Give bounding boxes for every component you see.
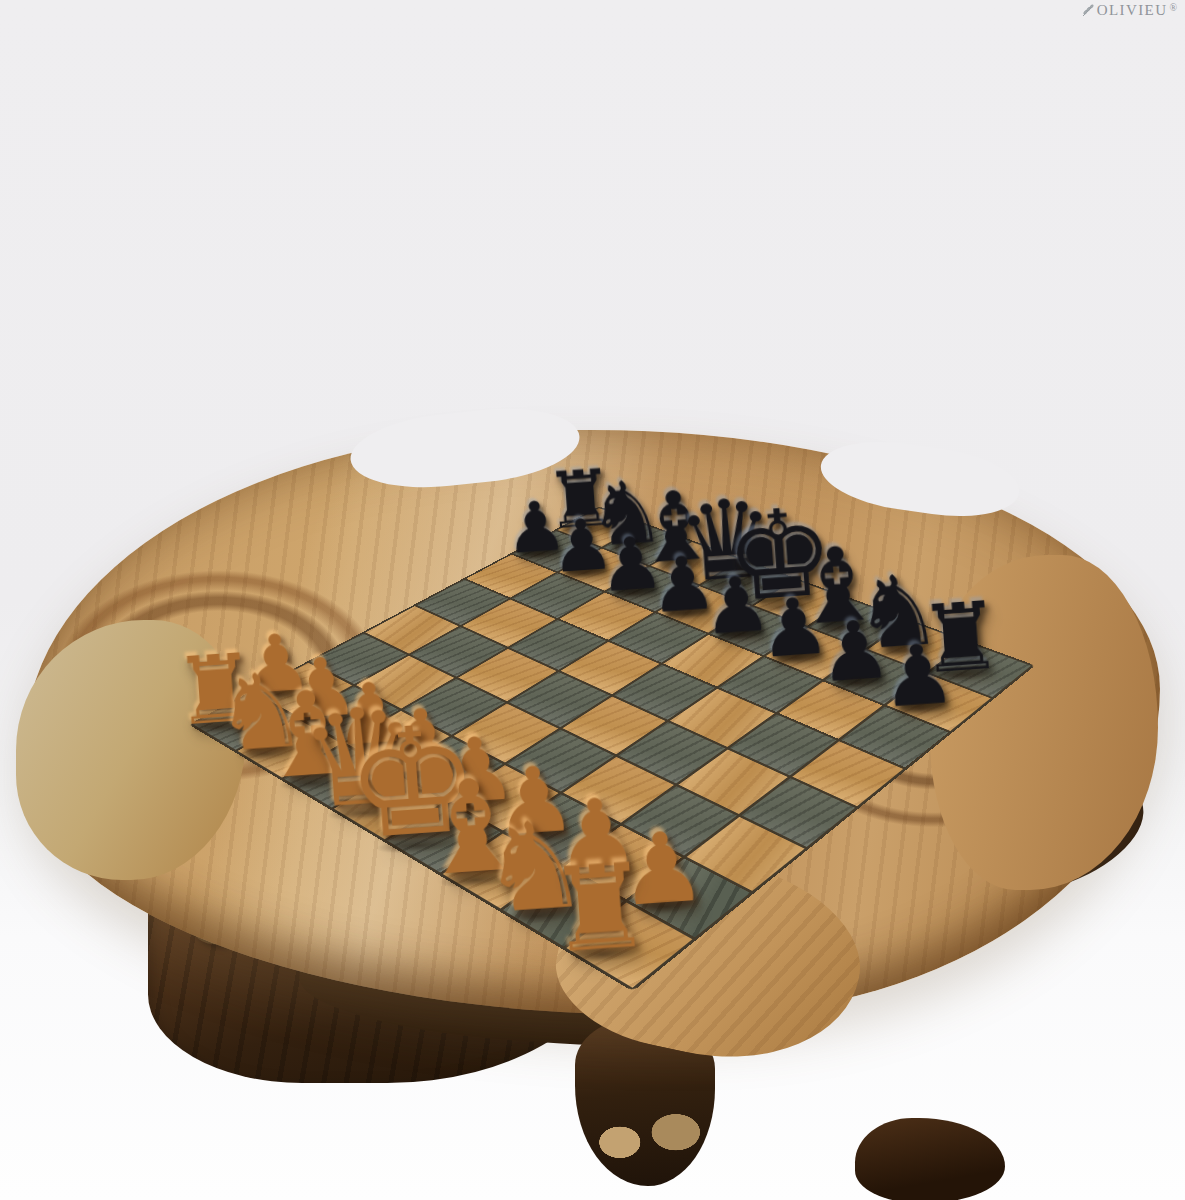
piece-white-rook[interactable]: ♜ (545, 851, 656, 968)
olive-wood-chess-table: ♜♞♝♛♚♝♞♜♟♟♟♟♟♟♟♟♟♟♟♟♟♟♟♟♜♞♝♛♚♝♞♜ (0, 0, 1185, 1200)
piece-black-pawn[interactable]: ♟ (879, 634, 959, 718)
board-scene: ♜♞♝♛♚♝♞♜♟♟♟♟♟♟♟♟♟♟♟♟♟♟♟♟♜♞♝♛♚♝♞♜ (292, 375, 932, 1015)
table-foot-right (855, 1118, 1005, 1200)
product-photo-background: OLIVIEU ® ♜♞♝♛♚♝♞♜♟♟♟♟♟♟♟♟♟♟♟♟♟♟♟♟♜♞♝♛♚♝… (0, 0, 1185, 1200)
square-e5[interactable] (614, 665, 715, 720)
square-h1[interactable]: ♜ (567, 903, 692, 988)
